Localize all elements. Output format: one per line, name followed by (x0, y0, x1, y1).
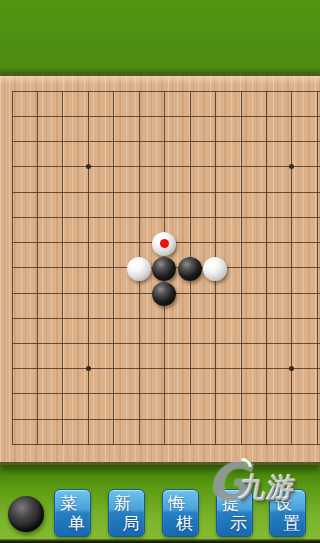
black-stone (152, 257, 176, 281)
white-stone (203, 257, 227, 281)
menu-button[interactable]: 菜 单 (54, 489, 91, 537)
grid-line-horizontal (12, 419, 320, 420)
app-screen: 菜 单 新 局 悔 棋 提 示 设 置 G 九游 (0, 0, 320, 543)
grid-line-horizontal (12, 91, 320, 92)
grid-line-horizontal (12, 343, 320, 344)
menu-button-label: 菜 (60, 494, 77, 514)
grid-line-horizontal (12, 116, 320, 117)
last-move-marker (160, 239, 169, 248)
black-stone (152, 282, 176, 306)
grid-line-horizontal (12, 318, 320, 319)
grid-line-horizontal (12, 192, 320, 193)
grid-line-horizontal (12, 217, 320, 218)
hint-button[interactable]: 提 示 (216, 489, 253, 537)
undo-button[interactable]: 悔 棋 (162, 489, 199, 537)
settings-button-label: 设 (275, 494, 292, 514)
star-point (86, 164, 91, 169)
hint-button-label: 提 (222, 494, 239, 514)
grid-line-vertical (266, 91, 267, 445)
white-stone (152, 232, 176, 256)
bottom-edge-strip (0, 539, 320, 543)
grid-line-vertical (291, 91, 292, 445)
game-board[interactable] (0, 73, 320, 465)
star-point (289, 366, 294, 371)
grid-line-horizontal (12, 368, 320, 369)
grid-line-vertical (317, 91, 318, 445)
white-stone (127, 257, 151, 281)
star-point (86, 366, 91, 371)
grid-line-horizontal (12, 166, 320, 167)
new-game-button[interactable]: 新 局 (108, 489, 145, 537)
star-point (289, 164, 294, 169)
grid-line-vertical (241, 91, 242, 445)
turn-indicator-black-stone (8, 496, 44, 532)
settings-button[interactable]: 设 置 (269, 489, 306, 537)
undo-button-label: 悔 (168, 494, 185, 514)
grid-line-horizontal (12, 444, 320, 445)
grid-line-horizontal (12, 393, 320, 394)
grid-line-horizontal (12, 141, 320, 142)
new-game-button-label: 新 (114, 494, 131, 514)
black-stone (178, 257, 202, 281)
